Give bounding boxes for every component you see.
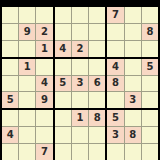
- box-1-1: 921: [2, 7, 53, 57]
- cell-r5c4[interactable]: 5: [55, 76, 71, 92]
- sudoku-board: 9214278145953645834718538: [2, 7, 158, 160]
- cell-r4c2[interactable]: 1: [19, 59, 35, 75]
- cell-r7c4[interactable]: [55, 110, 71, 126]
- box-2-1: 1459: [2, 59, 53, 109]
- cell-r1c4[interactable]: [55, 7, 71, 23]
- cell-r8c6[interactable]: [89, 127, 105, 143]
- box-3-1: 47: [2, 110, 53, 160]
- cell-r6c6[interactable]: [89, 92, 105, 108]
- cell-r2c4[interactable]: [55, 24, 71, 40]
- cell-r4c1[interactable]: [2, 59, 18, 75]
- cell-r1c6[interactable]: [89, 7, 105, 23]
- cell-r6c7[interactable]: [107, 92, 123, 108]
- cell-r9c5[interactable]: [72, 144, 88, 160]
- cell-r9c8[interactable]: [125, 144, 141, 160]
- cell-r2c3[interactable]: 2: [36, 24, 52, 40]
- cell-r7c7[interactable]: 5: [107, 110, 123, 126]
- cell-r1c8[interactable]: [125, 7, 141, 23]
- cell-r6c9[interactable]: [142, 92, 158, 108]
- cell-r8c3[interactable]: [36, 127, 52, 143]
- box-2-3: 4583: [107, 59, 158, 109]
- cell-r5c3[interactable]: 4: [36, 76, 52, 92]
- cell-r3c1[interactable]: [2, 41, 18, 57]
- cell-r2c5[interactable]: [72, 24, 88, 40]
- cell-r2c6[interactable]: [89, 24, 105, 40]
- cell-r4c6[interactable]: [89, 59, 105, 75]
- cell-r5c7[interactable]: 8: [107, 76, 123, 92]
- cell-r7c1[interactable]: [2, 110, 18, 126]
- sudoku-frame: 9214278145953645834718538: [0, 0, 160, 160]
- cell-r2c8[interactable]: [125, 24, 141, 40]
- cell-r8c4[interactable]: [55, 127, 71, 143]
- box-1-2: 42: [55, 7, 106, 57]
- cell-r5c5[interactable]: 3: [72, 76, 88, 92]
- cell-r3c9[interactable]: [142, 41, 158, 57]
- cell-r9c1[interactable]: [2, 144, 18, 160]
- cell-r7c8[interactable]: [125, 110, 141, 126]
- cell-r4c5[interactable]: [72, 59, 88, 75]
- cell-r7c2[interactable]: [19, 110, 35, 126]
- cell-r9c2[interactable]: [19, 144, 35, 160]
- cell-r7c6[interactable]: 8: [89, 110, 105, 126]
- cell-r9c7[interactable]: [107, 144, 123, 160]
- box-3-2: 18: [55, 110, 106, 160]
- box-3-3: 538: [107, 110, 158, 160]
- cell-r1c9[interactable]: [142, 7, 158, 23]
- cell-r2c7[interactable]: [107, 24, 123, 40]
- cell-r8c9[interactable]: [142, 127, 158, 143]
- cell-r3c7[interactable]: [107, 41, 123, 57]
- cell-r7c5[interactable]: 1: [72, 110, 88, 126]
- cell-r1c2[interactable]: [19, 7, 35, 23]
- box-2-2: 536: [55, 59, 106, 109]
- cell-r9c4[interactable]: [55, 144, 71, 160]
- cell-r3c4[interactable]: 4: [55, 41, 71, 57]
- cell-r9c9[interactable]: [142, 144, 158, 160]
- cell-r5c8[interactable]: [125, 76, 141, 92]
- cell-r4c4[interactable]: [55, 59, 71, 75]
- cell-r5c2[interactable]: [19, 76, 35, 92]
- cell-r2c2[interactable]: 9: [19, 24, 35, 40]
- cell-r2c1[interactable]: [2, 24, 18, 40]
- cell-r7c9[interactable]: [142, 110, 158, 126]
- cell-r8c8[interactable]: 8: [125, 127, 141, 143]
- cell-r3c2[interactable]: [19, 41, 35, 57]
- cell-r8c5[interactable]: [72, 127, 88, 143]
- cell-r5c9[interactable]: [142, 76, 158, 92]
- cell-r8c2[interactable]: [19, 127, 35, 143]
- box-1-3: 78: [107, 7, 158, 57]
- cell-r3c6[interactable]: [89, 41, 105, 57]
- cell-r3c8[interactable]: [125, 41, 141, 57]
- cell-r3c3[interactable]: 1: [36, 41, 52, 57]
- cell-r6c1[interactable]: 5: [2, 92, 18, 108]
- cell-r4c3[interactable]: [36, 59, 52, 75]
- cell-r9c3[interactable]: 7: [36, 144, 52, 160]
- cell-r5c6[interactable]: 6: [89, 76, 105, 92]
- cell-r8c1[interactable]: 4: [2, 127, 18, 143]
- cell-r1c1[interactable]: [2, 7, 18, 23]
- cell-r6c5[interactable]: [72, 92, 88, 108]
- cell-r4c7[interactable]: 4: [107, 59, 123, 75]
- cell-r7c3[interactable]: [36, 110, 52, 126]
- cell-r4c9[interactable]: 5: [142, 59, 158, 75]
- cell-r8c7[interactable]: 3: [107, 127, 123, 143]
- cell-r6c8[interactable]: 3: [125, 92, 141, 108]
- cell-r4c8[interactable]: [125, 59, 141, 75]
- cell-r1c3[interactable]: [36, 7, 52, 23]
- cell-r3c5[interactable]: 2: [72, 41, 88, 57]
- cell-r5c1[interactable]: [2, 76, 18, 92]
- cell-r6c4[interactable]: [55, 92, 71, 108]
- cell-r9c6[interactable]: [89, 144, 105, 160]
- cell-r2c9[interactable]: 8: [142, 24, 158, 40]
- cell-r6c2[interactable]: [19, 92, 35, 108]
- cell-r6c3[interactable]: 9: [36, 92, 52, 108]
- cell-r1c5[interactable]: [72, 7, 88, 23]
- cell-r1c7[interactable]: 7: [107, 7, 123, 23]
